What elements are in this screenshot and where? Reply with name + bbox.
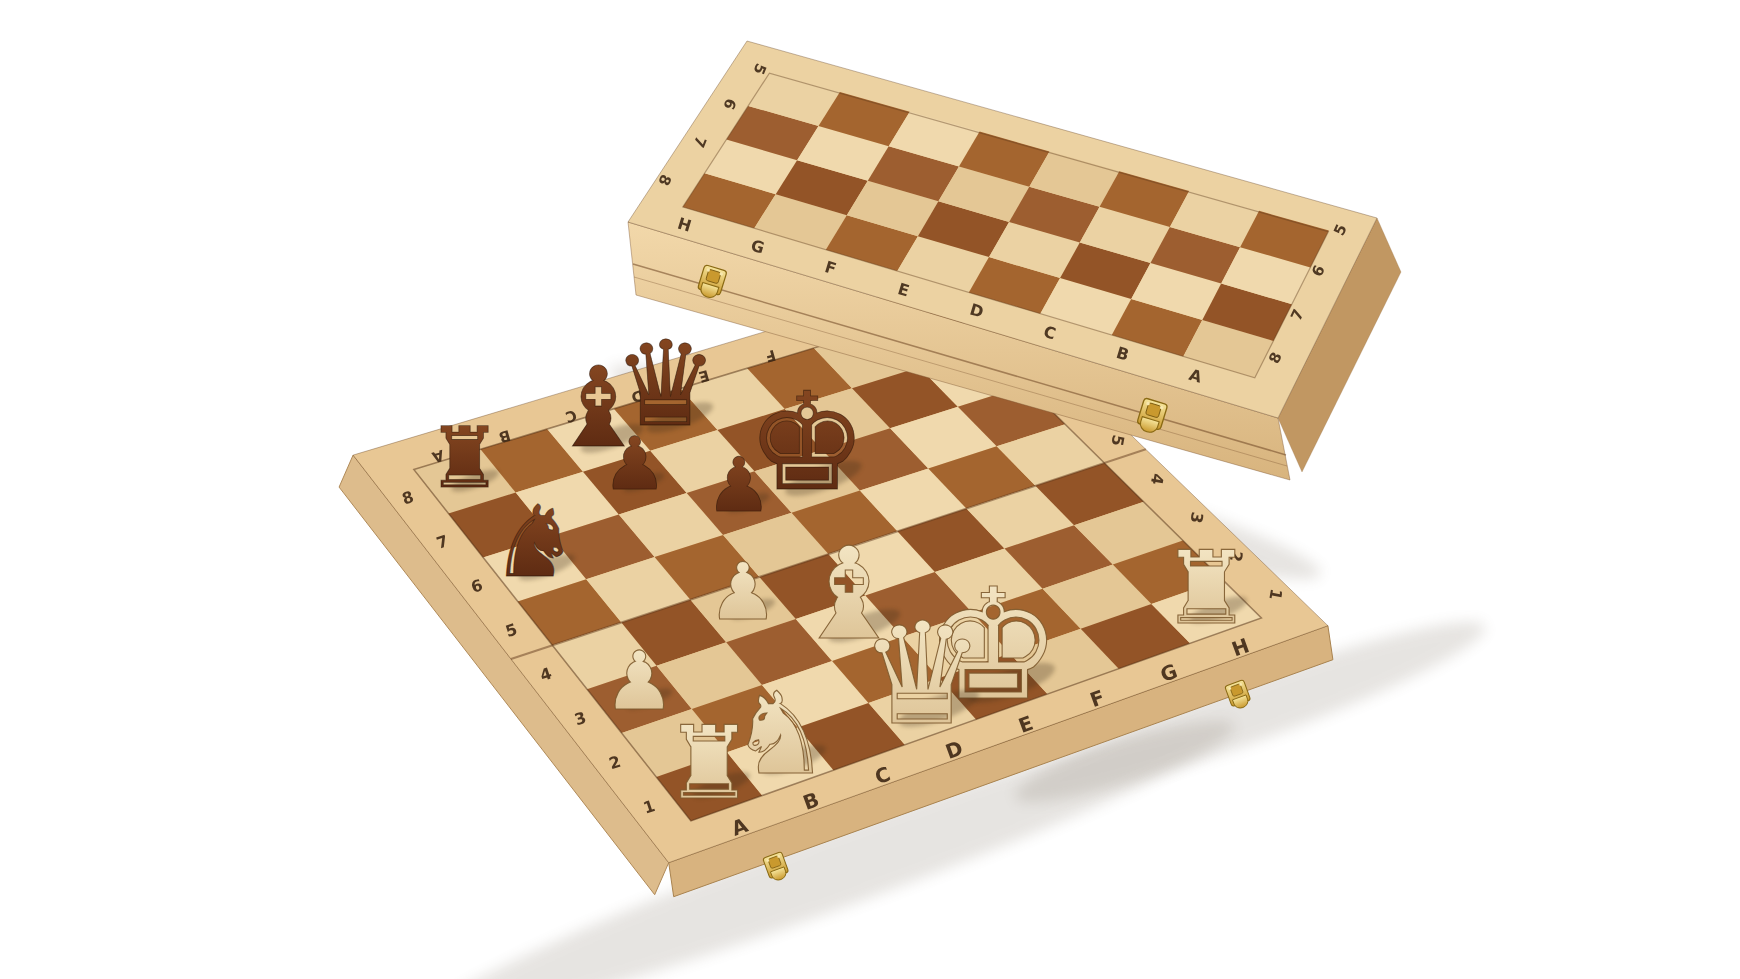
piece-black-knight-a6: ♞ [490, 484, 579, 599]
piece-white-pawn-c4: ♟ [708, 546, 779, 638]
product-photo-stage: ABCDEFGHABCDEFGH1234567812345678HGFEDCBA… [0, 0, 1740, 979]
piece-black-pawn-d6: ♟ [705, 441, 772, 529]
piece-black-pawn-c7: ♟ [602, 421, 667, 506]
piece-white-queen-d1: ♛ [859, 592, 985, 756]
chess-set-photo: ABCDEFGHABCDEFGH1234567812345678HGFEDCBA… [0, 0, 1740, 979]
piece-white-rook-a1: ♜ [664, 704, 755, 822]
piece-white-rook-h1: ♜ [1161, 529, 1252, 647]
